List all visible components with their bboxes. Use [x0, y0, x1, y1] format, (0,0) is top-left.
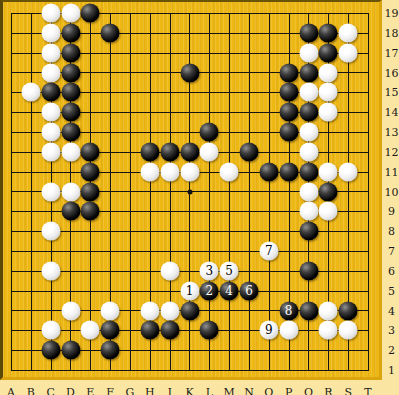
- black-stone-D14[interactable]: [61, 103, 80, 122]
- white-stone-C16[interactable]: [41, 63, 60, 82]
- white-stone-Q17[interactable]: [299, 43, 318, 62]
- row-label-19: 19: [384, 7, 399, 20]
- row-label-9: 9: [384, 205, 399, 218]
- star-point-K10: [187, 189, 192, 194]
- row-label-4: 4: [384, 304, 399, 317]
- black-stone-Q11[interactable]: [299, 162, 318, 181]
- white-stone-C12[interactable]: [41, 142, 60, 161]
- black-stone-Q14[interactable]: [299, 103, 318, 122]
- column-label-A: A: [7, 386, 15, 395]
- white-stone-R11[interactable]: [319, 162, 338, 181]
- white-stone-R4[interactable]: [319, 301, 338, 320]
- column-label-F: F: [106, 386, 114, 395]
- black-stone-P13[interactable]: [279, 123, 298, 142]
- black-stone-E10[interactable]: [81, 182, 100, 201]
- column-label-S: S: [344, 386, 352, 395]
- white-stone-J4[interactable]: [160, 301, 179, 320]
- black-stone-P11[interactable]: [279, 162, 298, 181]
- white-stone-D12[interactable]: [61, 142, 80, 161]
- white-stone-R15[interactable]: [319, 83, 338, 102]
- white-stone-Q15[interactable]: [299, 83, 318, 102]
- row-label-6: 6: [384, 264, 399, 277]
- white-stone-S17[interactable]: [339, 43, 358, 62]
- black-stone-D9[interactable]: [61, 202, 80, 221]
- black-stone-K12[interactable]: [180, 142, 199, 161]
- black-stone-D18[interactable]: [61, 23, 80, 42]
- white-stone-F4[interactable]: [101, 301, 120, 320]
- black-stone-D16[interactable]: [61, 63, 80, 82]
- row-label-8: 8: [384, 225, 399, 238]
- black-stone-J3[interactable]: [160, 321, 179, 340]
- black-stone-R10[interactable]: [319, 182, 338, 201]
- white-stone-Q10[interactable]: [299, 182, 318, 201]
- row-label-18: 18: [384, 26, 399, 39]
- white-stone-C10[interactable]: [41, 182, 60, 201]
- column-label-H: H: [145, 386, 155, 395]
- column-label-L: L: [206, 386, 213, 395]
- row-label-5: 5: [384, 284, 399, 297]
- white-stone-O7[interactable]: 7: [259, 242, 278, 261]
- black-stone-R18[interactable]: [319, 23, 338, 42]
- white-stone-R16[interactable]: [319, 63, 338, 82]
- black-stone-K4[interactable]: [180, 301, 199, 320]
- black-stone-P4[interactable]: 8: [279, 301, 298, 320]
- white-stone-C17[interactable]: [41, 43, 60, 62]
- row-label-14: 14: [384, 106, 399, 119]
- black-stone-K16[interactable]: [180, 63, 199, 82]
- row-label-7: 7: [384, 245, 399, 258]
- black-stone-Q6[interactable]: [299, 261, 318, 280]
- row-label-12: 12: [384, 145, 399, 158]
- white-stone-C3[interactable]: [41, 321, 60, 340]
- white-stone-B15[interactable]: [21, 83, 40, 102]
- column-label-Q: Q: [304, 386, 313, 395]
- white-stone-M6[interactable]: 5: [220, 261, 239, 280]
- white-stone-L12[interactable]: [200, 142, 219, 161]
- white-stone-Q13[interactable]: [299, 123, 318, 142]
- column-label-J: J: [167, 386, 171, 395]
- black-stone-E11[interactable]: [81, 162, 100, 181]
- black-stone-Q8[interactable]: [299, 222, 318, 241]
- white-stone-S3[interactable]: [339, 321, 358, 340]
- white-stone-R9[interactable]: [319, 202, 338, 221]
- black-stone-P15[interactable]: [279, 83, 298, 102]
- white-stone-Q9[interactable]: [299, 202, 318, 221]
- black-stone-N5[interactable]: 6: [240, 281, 259, 300]
- white-stone-C6[interactable]: [41, 261, 60, 280]
- black-stone-H3[interactable]: [140, 321, 159, 340]
- white-stone-L6[interactable]: 3: [200, 261, 219, 280]
- white-stone-R3[interactable]: [319, 321, 338, 340]
- row-label-1: 1: [384, 364, 399, 377]
- white-stone-S11[interactable]: [339, 162, 358, 181]
- column-label-M: M: [224, 386, 235, 395]
- black-stone-D13[interactable]: [61, 123, 80, 142]
- white-stone-C14[interactable]: [41, 103, 60, 122]
- row-label-11: 11: [384, 165, 399, 178]
- black-stone-F18[interactable]: [101, 23, 120, 42]
- white-stone-C18[interactable]: [41, 23, 60, 42]
- column-label-T: T: [364, 386, 371, 395]
- white-stone-J11[interactable]: [160, 162, 179, 181]
- black-stone-R17[interactable]: [319, 43, 338, 62]
- black-stone-L5[interactable]: 2: [200, 281, 219, 300]
- column-label-G: G: [126, 386, 135, 395]
- black-stone-O11[interactable]: [259, 162, 278, 181]
- white-stone-R14[interactable]: [319, 103, 338, 122]
- white-stone-H11[interactable]: [140, 162, 159, 181]
- column-label-C: C: [46, 386, 54, 395]
- white-stone-C19[interactable]: [41, 4, 60, 23]
- column-label-R: R: [324, 386, 332, 395]
- white-stone-D19[interactable]: [61, 4, 80, 23]
- white-stone-P3[interactable]: [279, 321, 298, 340]
- white-stone-K11[interactable]: [180, 162, 199, 181]
- row-label-3: 3: [384, 324, 399, 337]
- black-stone-M5[interactable]: 4: [220, 281, 239, 300]
- white-stone-J6[interactable]: [160, 261, 179, 280]
- black-stone-D17[interactable]: [61, 43, 80, 62]
- white-stone-D4[interactable]: [61, 301, 80, 320]
- row-label-15: 15: [384, 86, 399, 99]
- white-stone-M11[interactable]: [220, 162, 239, 181]
- black-stone-Q16[interactable]: [299, 63, 318, 82]
- black-stone-P14[interactable]: [279, 103, 298, 122]
- white-stone-K5[interactable]: 1: [180, 281, 199, 300]
- column-label-B: B: [27, 386, 35, 395]
- black-stone-S4[interactable]: [339, 301, 358, 320]
- black-stone-C2[interactable]: [41, 341, 60, 360]
- white-stone-Q12[interactable]: [299, 142, 318, 161]
- white-stone-C13[interactable]: [41, 123, 60, 142]
- black-stone-E19[interactable]: [81, 4, 100, 23]
- white-stone-O3[interactable]: 9: [259, 321, 278, 340]
- black-stone-D15[interactable]: [61, 83, 80, 102]
- black-stone-Q18[interactable]: [299, 23, 318, 42]
- row-label-17: 17: [384, 46, 399, 59]
- black-stone-J12[interactable]: [160, 142, 179, 161]
- black-stone-D2[interactable]: [61, 341, 80, 360]
- row-label-2: 2: [384, 344, 399, 357]
- black-stone-N12[interactable]: [240, 142, 259, 161]
- black-stone-E12[interactable]: [81, 142, 100, 161]
- black-stone-Q4[interactable]: [299, 301, 318, 320]
- column-label-N: N: [244, 386, 254, 395]
- black-stone-E9[interactable]: [81, 202, 100, 221]
- white-stone-H4[interactable]: [140, 301, 159, 320]
- column-label-E: E: [86, 386, 94, 395]
- column-label-P: P: [285, 386, 292, 395]
- white-stone-D10[interactable]: [61, 182, 80, 201]
- white-stone-C8[interactable]: [41, 222, 60, 241]
- row-label-16: 16: [384, 66, 399, 79]
- black-stone-L13[interactable]: [200, 123, 219, 142]
- white-stone-S18[interactable]: [339, 23, 358, 42]
- column-label-O: O: [264, 386, 273, 395]
- black-stone-P16[interactable]: [279, 63, 298, 82]
- column-label-K: K: [185, 386, 193, 395]
- black-stone-H12[interactable]: [140, 142, 159, 161]
- black-stone-F2[interactable]: [101, 341, 120, 360]
- black-stone-F3[interactable]: [101, 321, 120, 340]
- row-label-10: 10: [384, 185, 399, 198]
- column-label-D: D: [66, 386, 75, 395]
- black-stone-L3[interactable]: [200, 321, 219, 340]
- black-stone-C15[interactable]: [41, 83, 60, 102]
- white-stone-E3[interactable]: [81, 321, 100, 340]
- row-label-13: 13: [384, 126, 399, 139]
